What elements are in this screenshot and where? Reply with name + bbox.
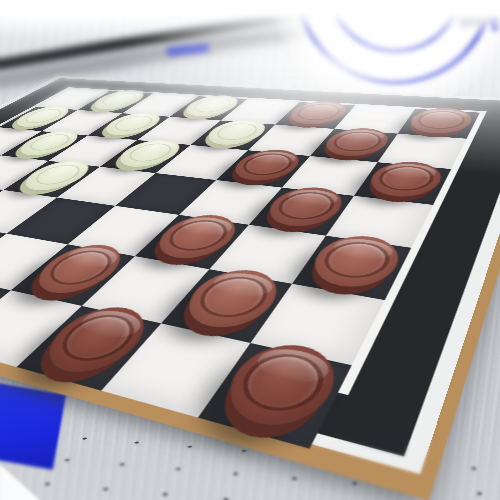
checker-piece-brown[interactable] xyxy=(404,107,477,136)
air-hockey-table-scene xyxy=(0,0,500,500)
checkers-board xyxy=(0,76,500,474)
table-dark-marking xyxy=(486,4,499,13)
